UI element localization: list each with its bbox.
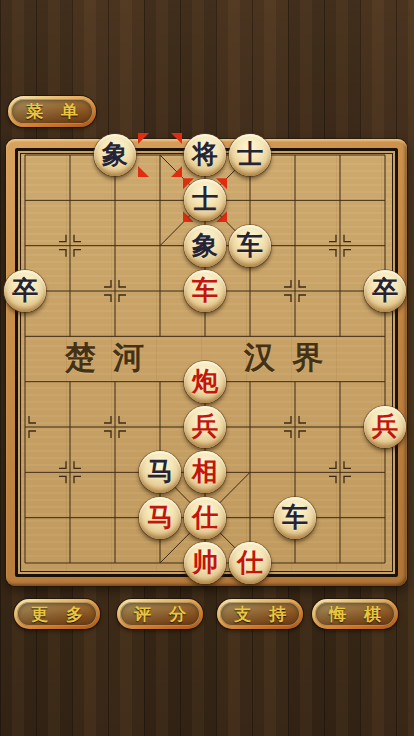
menu-button-face: 菜单 bbox=[11, 99, 93, 124]
piece-black-soldier[interactable]: 卒 bbox=[4, 270, 46, 312]
piece-red-horse[interactable]: 马 bbox=[139, 497, 181, 539]
piece-black-elephant[interactable]: 象 bbox=[184, 225, 226, 267]
river-label-right: 汉界 bbox=[244, 337, 340, 379]
piece-red-soldier[interactable]: 兵 bbox=[184, 406, 226, 448]
rate-button-face: 评分 bbox=[120, 602, 200, 626]
rate-button[interactable]: 评分 bbox=[117, 599, 203, 629]
support-button-label: 支持 bbox=[216, 606, 304, 623]
piece-red-general[interactable]: 帅 bbox=[184, 542, 226, 584]
piece-red-advisor[interactable]: 仕 bbox=[229, 542, 271, 584]
river-label-left: 楚河 bbox=[65, 337, 161, 379]
piece-black-soldier[interactable]: 卒 bbox=[364, 270, 406, 312]
piece-red-chariot[interactable]: 车 bbox=[184, 270, 226, 312]
piece-red-advisor[interactable]: 仕 bbox=[184, 497, 226, 539]
piece-black-elephant[interactable]: 象 bbox=[94, 134, 136, 176]
piece-red-soldier[interactable]: 兵 bbox=[364, 406, 406, 448]
support-button-face: 支持 bbox=[220, 602, 300, 626]
undo-button-label: 悔棋 bbox=[311, 606, 399, 623]
piece-black-chariot[interactable]: 车 bbox=[229, 225, 271, 267]
more-button-label: 更多 bbox=[13, 606, 101, 623]
piece-red-cannon[interactable]: 炮 bbox=[184, 361, 226, 403]
more-button[interactable]: 更多 bbox=[14, 599, 100, 629]
piece-black-general[interactable]: 将 bbox=[184, 134, 226, 176]
menu-button-label: 菜单 bbox=[8, 103, 96, 120]
piece-black-advisor[interactable]: 士 bbox=[229, 134, 271, 176]
rate-button-label: 评分 bbox=[116, 606, 204, 623]
more-button-face: 更多 bbox=[17, 602, 97, 626]
menu-button[interactable]: 菜单 bbox=[8, 96, 96, 127]
piece-black-chariot[interactable]: 车 bbox=[274, 497, 316, 539]
support-button[interactable]: 支持 bbox=[217, 599, 303, 629]
undo-button-face: 悔棋 bbox=[315, 602, 395, 626]
undo-button[interactable]: 悔棋 bbox=[312, 599, 398, 629]
app-background: 菜单 楚河 汉界 象将士士象车卒车卒炮兵兵马相马仕车帅仕 更多 评分 支持 悔棋 bbox=[0, 0, 414, 736]
